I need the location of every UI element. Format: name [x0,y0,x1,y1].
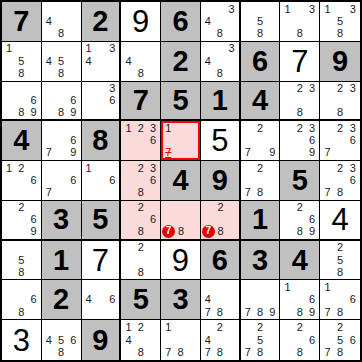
candidate-6: 6 [28,214,40,226]
given-digit: 5 [92,205,108,234]
given-digit: 9 [212,166,228,195]
candidate-6: 6 [147,214,159,226]
candidate-1: 1 [122,321,134,334]
cell-r7c1[interactable]: 58 [2,241,42,281]
candidate-8: 8 [55,67,67,79]
given-digit: 3 [53,205,69,234]
candidate-grid: 2367 [321,122,359,159]
cell-r9c7[interactable]: 2578 [241,320,281,360]
candidate-3: 3 [306,122,318,134]
candidate-8: 8 [334,106,347,118]
cell-r1c4[interactable]: 9 [121,2,161,42]
candidate-1: 1 [162,321,174,334]
candidate-2: 2 [294,202,306,214]
candidate-8: 8 [334,28,347,40]
candidate-grid: 23678 [321,162,359,199]
candidate-3: 3 [106,43,118,55]
candidate-4: 4 [43,334,55,347]
candidate-grid: 2368 [122,162,159,199]
candidate-3: 3 [147,122,159,134]
candidate-1: 1 [281,3,293,15]
cell-r3c5[interactable]: 5 [161,82,201,122]
candidate-8: 8 [334,266,347,278]
candidate-grid: 28 [122,242,159,279]
candidate-1: 1 [281,281,293,293]
candidate-8: 8 [254,306,266,318]
candidate-grid: 78 [162,202,199,238]
cell-r3c3[interactable]: 36 [82,82,122,122]
candidate-grid: 48 [43,3,80,40]
candidate-1: 1 [122,122,134,134]
candidate-5: 5 [334,254,347,266]
candidate-8: 8 [135,226,147,238]
candidate-5: 5 [334,334,347,347]
candidate-2: 2 [135,202,147,214]
cell-r8c6[interactable]: 478 [201,280,241,320]
cell-r9c3[interactable]: 9 [82,320,122,360]
candidate-grid: 1236 [122,122,159,159]
candidate-9: 9 [306,306,318,318]
cell-r3c9[interactable]: 238 [320,82,360,122]
candidate-grid: 348 [202,43,238,80]
cell-r6c8[interactable]: 2689 [280,201,320,241]
candidate-6: 6 [28,94,40,106]
candidate-7: 7 [321,346,334,359]
candidate-5: 5 [15,254,27,266]
cell-r3c4[interactable]: 7 [121,82,161,122]
candidate-8: 8 [214,67,226,79]
given-digit: 2 [53,285,69,314]
given-digit: 4 [172,166,188,195]
cell-r4c1[interactable]: 4 [2,121,42,161]
candidate-2: 2 [334,162,347,174]
candidate-5: 5 [254,15,266,27]
cell-r2c3[interactable]: 134 [82,42,122,82]
candidate-2: 2 [294,83,306,95]
cell-r2c4[interactable]: 48 [121,42,161,82]
candidate-grid: 1248 [122,321,159,359]
candidate-7-eliminated: 7 [162,147,174,159]
candidate-grid: 268 [122,202,159,238]
candidate-7: 7 [242,187,254,199]
candidate-grid: 25678 [321,321,359,359]
cell-r5c7[interactable]: 278 [241,161,281,201]
cell-r6c7[interactable]: 1 [241,201,281,241]
candidate-7: 7 [321,187,334,199]
candidate-8: 8 [294,106,306,118]
candidate-6: 6 [106,294,118,306]
candidate-3: 3 [106,83,118,95]
cell-r4c8[interactable]: 2369 [280,121,320,161]
cell-r8c1[interactable]: 68 [2,280,42,320]
cell-r1c6[interactable]: 348 [201,2,241,42]
candidate-8: 8 [254,187,266,199]
candidate-grid: 1358 [321,3,359,40]
candidate-2: 2 [215,202,226,213]
given-digit: 8 [92,126,108,155]
candidate-3: 3 [346,3,359,15]
cell-r8c4[interactable]: 5 [121,280,161,320]
given-digit: 4 [252,86,268,115]
candidate-8: 8 [294,346,306,359]
candidate-grid: 158 [3,43,40,80]
candidate-2: 2 [15,202,27,214]
cell-r8c9[interactable]: 1678 [320,280,360,320]
candidate-grid: 279 [242,122,279,159]
candidate-6: 6 [67,94,79,106]
candidate-grid: 238 [281,83,318,119]
candidate-grid: 16 [83,162,119,199]
candidate-9: 9 [67,106,79,118]
cell-r7c5[interactable]: 9 [161,241,201,281]
cell-r9c9[interactable]: 25678 [320,320,360,360]
candidate-2: 2 [254,162,266,174]
cell-r1c9[interactable]: 1358 [320,2,360,42]
cell-r8c3[interactable]: 46 [82,280,122,320]
candidate-6: 6 [67,174,79,186]
candidate-4: 4 [202,55,214,67]
given-digit: 9 [332,47,348,76]
cell-r2c9[interactable]: 9 [320,42,360,82]
cell-r3c2[interactable]: 689 [42,82,82,122]
candidate-4: 4 [202,334,214,347]
cell-r1c3[interactable]: 2 [82,2,122,42]
candidate-2: 2 [254,321,266,334]
candidate-5: 5 [254,334,266,347]
candidate-grid: 126 [3,162,40,199]
candidate-grid: 348 [202,3,238,40]
candidate-grid: 58 [242,3,279,40]
candidate-9: 9 [28,226,40,238]
candidate-8: 8 [135,266,147,278]
cell-r4c9[interactable]: 2367 [320,121,360,161]
candidate-8: 8 [15,106,27,118]
cell-r1c1[interactable]: 7 [2,2,42,42]
candidate-4: 4 [43,15,55,27]
cell-r2c7[interactable]: 6 [241,42,281,82]
candidate-8: 8 [334,306,347,318]
cell-r4c4[interactable]: 1236 [121,121,161,161]
candidate-grid: 478 [202,281,238,318]
cell-r7c7[interactable]: 3 [241,241,281,281]
candidate-8: 8 [254,28,266,40]
candidate-grid: 46 [83,281,119,318]
cell-r6c1[interactable]: 269 [2,201,42,241]
candidate-grid: 2478 [202,321,238,359]
candidate-7: 7 [202,306,214,318]
cell-r5c6[interactable]: 9 [201,161,241,201]
cell-r9c6[interactable]: 2478 [201,320,241,360]
candidate-8: 8 [135,187,147,199]
candidate-grid: 269 [3,202,40,238]
cell-r6c3[interactable]: 5 [82,201,122,241]
solved-digit: 4 [331,204,348,235]
candidate-8: 8 [215,225,226,238]
candidate-7: 7 [202,346,214,359]
candidate-grid: 134 [83,43,119,80]
candidate-grid: 48 [122,43,159,80]
candidate-9: 9 [266,306,278,318]
candidate-3: 3 [147,162,159,174]
candidate-6: 6 [306,214,318,226]
candidate-7-circled: 7 [202,225,215,238]
candidate-4: 4 [202,294,214,306]
cell-r7c2[interactable]: 1 [42,241,82,281]
candidate-3: 3 [306,3,318,15]
given-digit: 1 [252,205,268,234]
candidate-grid: 278 [202,202,238,238]
solved-digit: 9 [172,245,189,276]
given-digit: 3 [172,285,188,314]
candidate-grid: 789 [242,281,279,318]
candidate-6: 6 [147,135,159,147]
cell-r7c3[interactable]: 7 [82,241,122,281]
candidate-8: 8 [214,306,226,318]
candidate-grid: 4568 [43,321,80,359]
cell-r4c7[interactable]: 279 [241,121,281,161]
cell-r5c4[interactable]: 2368 [121,161,161,201]
candidate-4: 4 [83,55,95,67]
cell-r1c8[interactable]: 138 [280,2,320,42]
candidate-7: 7 [43,147,55,159]
cell-r3c6[interactable]: 1 [201,82,241,122]
cell-r9c5[interactable]: 178 [161,320,201,360]
candidate-2: 2 [334,242,347,254]
candidate-8: 8 [294,28,306,40]
candidate-grid: 68 [3,281,40,318]
candidate-8: 8 [55,106,67,118]
candidate-9: 9 [266,147,278,159]
candidate-grid: 17 [162,122,199,159]
cell-r6c9[interactable]: 4 [320,201,360,241]
cell-r5c9[interactable]: 23678 [320,161,360,201]
candidate-6: 6 [346,174,359,186]
candidate-8: 8 [135,346,147,359]
sudoku-board: 7482963485813813581584581344823486796896… [0,0,362,362]
cell-r8c2[interactable]: 2 [42,280,82,320]
candidate-8: 8 [214,346,226,359]
given-digit: 9 [92,326,108,355]
cell-r9c4[interactable]: 1248 [121,320,161,360]
candidate-1: 1 [3,43,15,55]
candidate-1: 1 [3,162,15,174]
candidate-8: 8 [334,187,347,199]
candidate-grid: 67 [43,162,80,199]
given-digit: 5 [172,86,188,115]
candidate-2: 2 [135,321,147,334]
candidate-4: 4 [122,334,134,347]
candidate-4: 4 [122,55,134,67]
candidate-1: 1 [321,281,334,293]
candidate-2: 2 [135,162,147,174]
candidate-grid: 278 [242,162,279,199]
cell-r3c7[interactable]: 4 [241,82,281,122]
given-digit: 2 [172,47,188,76]
candidate-8: 8 [135,67,147,79]
candidate-8: 8 [254,346,266,359]
cell-r2c1[interactable]: 158 [2,42,42,82]
candidate-2: 2 [294,122,306,134]
candidate-6: 6 [67,135,79,147]
candidate-grid: 238 [321,83,359,119]
cell-r9c8[interactable]: 268 [280,320,320,360]
cell-r5c2[interactable]: 67 [42,161,82,201]
candidate-5: 5 [55,55,67,67]
candidate-7: 7 [162,346,174,359]
cell-r5c5[interactable]: 4 [161,161,201,201]
given-digit: 1 [212,86,228,115]
cell-r1c5[interactable]: 6 [161,2,201,42]
candidate-2: 2 [294,321,306,334]
candidate-7: 7 [43,187,55,199]
candidate-grid: 138 [281,3,318,40]
cell-r5c8[interactable]: 5 [280,161,320,201]
given-digit: 1 [53,246,69,275]
candidate-1: 1 [162,122,174,134]
candidate-2: 2 [334,83,347,95]
candidate-2: 2 [15,162,27,174]
candidate-6: 6 [346,135,359,147]
candidate-4: 4 [202,15,214,27]
cell-r2c2[interactable]: 458 [42,42,82,82]
candidate-3: 3 [226,3,238,15]
candidate-3: 3 [306,83,318,95]
candidate-8: 8 [15,266,27,278]
candidate-1: 1 [321,3,334,15]
solved-digit: 5 [211,125,228,156]
candidate-6: 6 [306,334,318,347]
candidate-8: 8 [334,346,347,359]
cell-r8c8[interactable]: 1689 [280,280,320,320]
candidate-1: 1 [83,43,95,55]
cell-r1c7[interactable]: 58 [241,2,281,42]
candidate-8: 8 [55,346,67,359]
cell-r4c2[interactable]: 679 [42,121,82,161]
candidate-8: 8 [294,306,306,318]
candidate-4: 4 [83,294,95,306]
cell-r6c2[interactable]: 3 [42,201,82,241]
candidate-6: 6 [106,174,118,186]
candidate-1: 1 [83,162,95,174]
candidate-2: 2 [135,122,147,134]
given-digit: 5 [133,285,149,314]
candidate-7-circled: 7 [162,225,175,238]
cell-r4c3[interactable]: 8 [82,121,122,161]
candidate-grid: 689 [43,83,80,119]
given-digit: 3 [252,246,268,275]
candidate-grid: 268 [281,321,318,359]
cell-r7c8[interactable]: 4 [280,241,320,281]
solved-digit: 3 [13,325,30,356]
candidate-6: 6 [306,294,318,306]
candidate-6: 6 [67,334,79,347]
candidate-6: 6 [346,294,359,306]
candidate-5: 5 [55,334,67,347]
solved-digit: 9 [132,6,149,37]
given-digit: 4 [292,246,308,275]
candidate-6: 6 [306,135,318,147]
candidate-grid: 458 [43,43,80,80]
candidate-grid: 178 [162,321,199,359]
cell-r6c4[interactable]: 268 [121,201,161,241]
cell-r8c5[interactable]: 3 [161,280,201,320]
candidate-2: 2 [334,321,347,334]
candidate-7: 7 [321,306,334,318]
candidate-grid: 689 [3,83,40,119]
candidate-3: 3 [346,83,359,95]
candidate-9: 9 [306,226,318,238]
candidate-8: 8 [175,225,187,238]
candidate-6: 6 [28,174,40,186]
candidate-grid: 2689 [281,202,318,238]
cell-r4c6[interactable]: 5 [201,121,241,161]
cell-r9c1[interactable]: 3 [2,320,42,360]
cell-r7c4[interactable]: 28 [121,241,161,281]
cell-r6c5[interactable]: 78 [161,201,201,241]
candidate-grid: 1678 [321,281,359,318]
cell-r2c5[interactable]: 2 [161,42,201,82]
cell-r7c9[interactable]: 258 [320,241,360,281]
given-digit: 2 [92,7,108,36]
candidate-2: 2 [254,122,266,134]
cell-r3c1[interactable]: 689 [2,82,42,122]
candidate-grid: 36 [83,83,119,119]
candidate-3: 3 [346,122,359,134]
solved-digit: 7 [291,46,308,77]
candidate-9: 9 [306,147,318,159]
cell-r5c3[interactable]: 16 [82,161,122,201]
cell-r5c1[interactable]: 126 [2,161,42,201]
candidate-grid: 2369 [281,122,318,159]
candidate-6: 6 [106,94,118,106]
candidate-8: 8 [15,306,27,318]
cell-r6c6[interactable]: 278 [201,201,241,241]
candidate-4: 4 [43,55,55,67]
candidate-7: 7 [242,346,254,359]
cell-r4c5[interactable]: 17 [161,121,201,161]
candidate-grid: 2578 [242,321,279,359]
candidate-6: 6 [147,174,159,186]
candidate-6: 6 [28,294,40,306]
given-digit: 4 [13,126,29,155]
candidate-grid: 58 [3,242,40,279]
cell-r7c6[interactable]: 6 [201,241,241,281]
candidate-8: 8 [294,226,306,238]
candidate-5: 5 [334,15,347,27]
cell-r1c2[interactable]: 48 [42,2,82,42]
cell-r2c8[interactable]: 7 [280,42,320,82]
candidate-8: 8 [174,346,186,359]
candidate-9: 9 [67,147,79,159]
cell-r8c7[interactable]: 789 [241,280,281,320]
candidate-grid: 679 [43,122,80,159]
candidate-2: 2 [334,122,347,134]
candidate-8: 8 [55,28,67,40]
cell-r9c2[interactable]: 4568 [42,320,82,360]
candidate-7: 7 [242,147,254,159]
cell-r3c8[interactable]: 238 [280,82,320,122]
candidate-grid: 1689 [281,281,318,318]
candidate-3: 3 [226,43,238,55]
given-digit: 6 [212,246,228,275]
given-digit: 5 [292,166,308,195]
given-digit: 6 [252,47,268,76]
cell-r2c6[interactable]: 348 [201,42,241,82]
candidate-8: 8 [214,28,226,40]
candidate-6: 6 [346,334,359,347]
candidate-grid: 258 [321,242,359,279]
candidate-9: 9 [28,106,40,118]
